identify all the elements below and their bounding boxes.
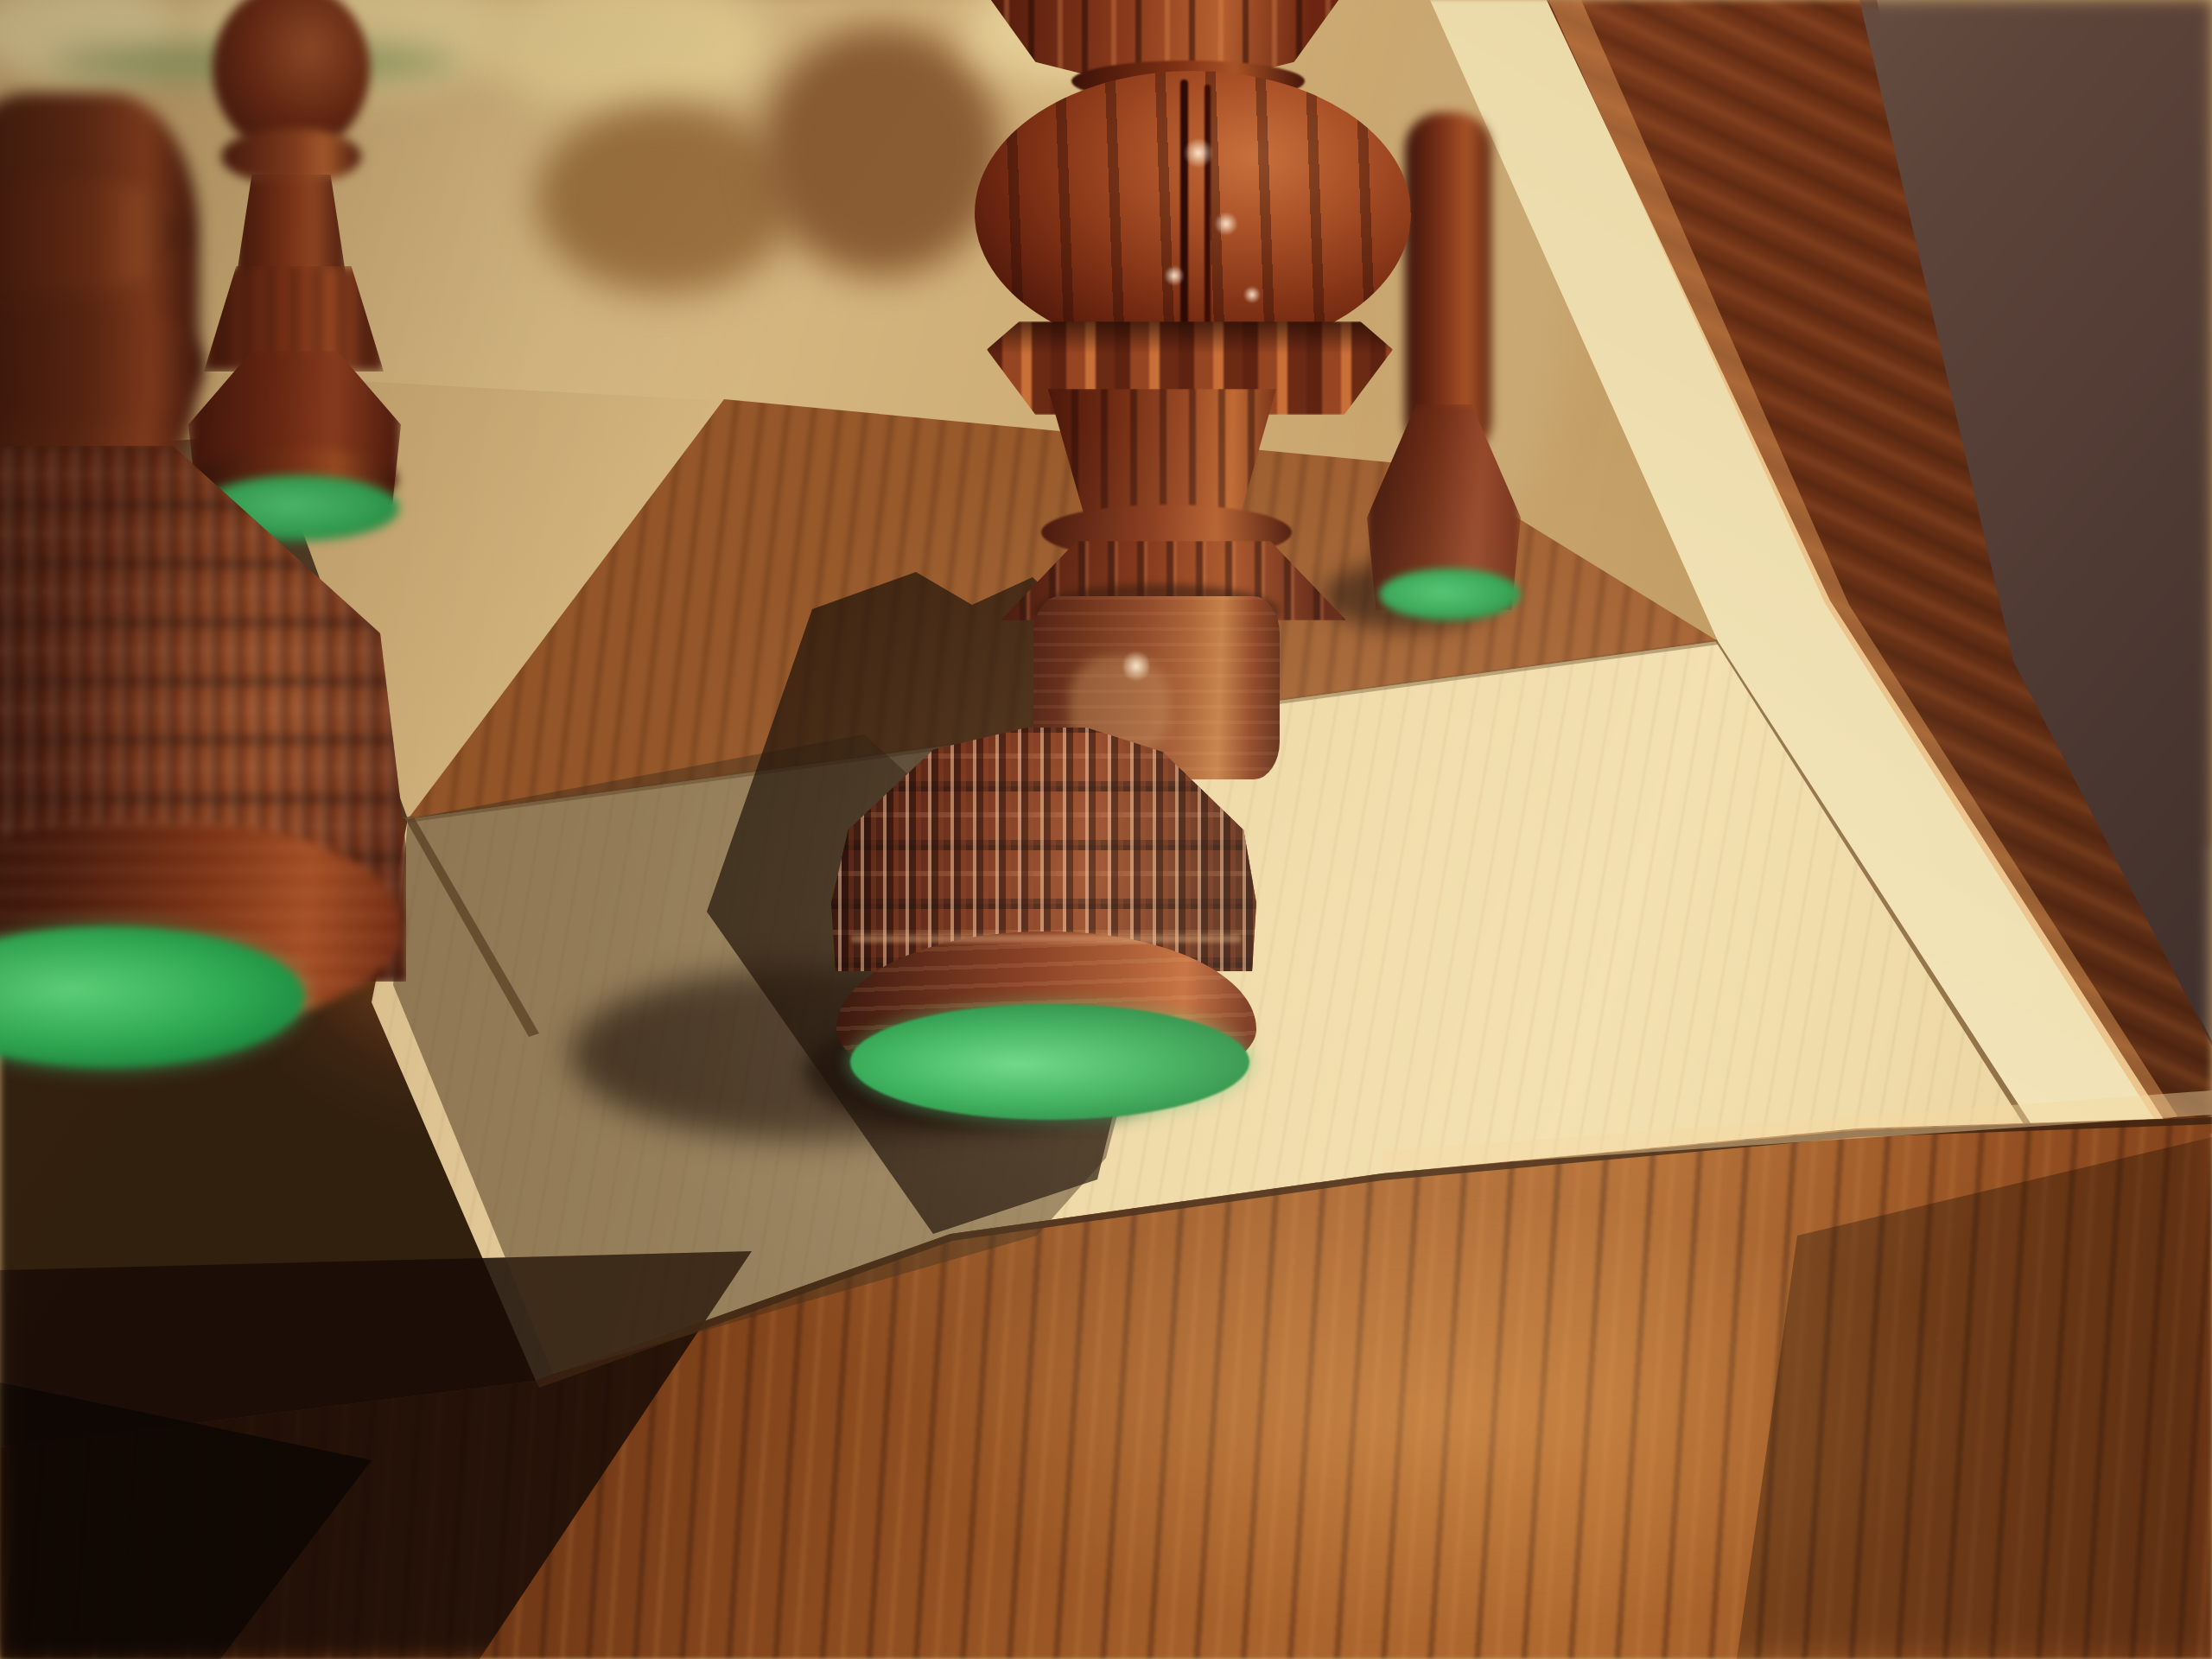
dark-square-foreground [0,0,2212,1659]
center-piece-petal-collar [987,321,1393,415]
green-felt-pad [200,475,399,541]
chess-piece-rear-right-base [1367,404,1521,610]
center-piece-stem-shading [1033,584,1280,638]
cast-shadow-left-piece [0,0,2212,1659]
specular-highlight [1243,285,1262,304]
carved-groove [1180,79,1188,346]
pawn-skirt [204,266,384,372]
center-piece-crown [975,0,1355,83]
center-piece-bead-ring [1041,505,1292,560]
green-felt-pad [1379,569,1521,620]
chess-macro-photo [0,0,2212,1659]
corner-shading [0,0,2212,1659]
cast-shadow-foreground [0,0,2212,1659]
center-piece-flutes [975,71,1411,356]
green-felt-pad [0,926,304,1068]
center-piece-carving-texture [831,728,1256,971]
specular-highlight [1123,646,1149,686]
cast-shadow-center-piece [0,0,2212,1659]
blurred-board-edge [1382,0,1573,518]
cast-shadow-penumbra [0,0,2212,1659]
sunlight-glow [605,389,2074,1512]
seam-highlight [0,0,2212,1659]
blurred-light-piece [484,0,769,112]
specular-highlight [1213,211,1239,237]
chess-piece-rear-right-stem [1405,112,1491,458]
square-seam [0,0,2212,1659]
square-seam [0,0,2212,1659]
dark-background-corner [0,0,2212,1659]
left-piece-column [0,93,199,508]
left-piece-base-band [0,823,402,1028]
blurred-dark-square [760,26,1002,276]
center-piece-fluted-ball [975,71,1411,356]
blurred-light-piece [0,0,190,86]
vignette [0,0,2212,1659]
rosewood-board-rim [0,0,2212,1659]
rim-highlight-edge [0,0,2212,1659]
carved-groove [1205,85,1211,340]
base-band-groove [851,935,1242,943]
green-felt-pad [850,1004,1249,1120]
left-piece-carved-base [0,446,406,982]
specular-highlight [1182,137,1215,169]
left-piece-turning [0,178,186,290]
blurred-dark-square [536,104,795,294]
contact-shadow [1322,562,1495,631]
maple-border-strip [0,0,2212,1659]
blurred-light-piece [173,0,518,95]
center-piece-carved-base [831,728,1256,971]
wood-grain-patch [1070,657,1169,756]
specular-highlight [1163,264,1185,287]
cast-shadow-pawn [0,0,2212,1659]
light-square-rear [0,0,2212,1659]
contact-shadow [570,968,1054,1141]
left-piece-carving-texture [0,446,406,982]
blurred-board-background [0,0,2212,847]
pawn-head [213,0,370,156]
center-piece-neck-ring [1071,60,1305,102]
left-piece-turning [0,304,203,425]
pawn-neck [235,175,347,285]
center-piece-stem [1033,596,1280,779]
dark-square-left [0,0,2212,1659]
sunlight-patch [907,1192,1987,1642]
cast-shadow-foreground [0,0,2212,1659]
blurred-light-piece [968,0,1175,86]
pawn-carved-base [188,351,401,505]
dark-square-mid [0,0,2212,1659]
center-piece-base-band [836,931,1256,1097]
pawn-base-band [194,448,397,512]
front-rank-seam [0,0,2212,1659]
blurred-green-felt-streak [52,45,458,79]
square-seam [0,0,2212,1659]
center-piece-waist [1020,389,1305,529]
contact-shadow [804,1011,1175,1132]
blurred-dark-square [0,130,156,389]
pawn-collar [221,128,361,185]
center-piece-skirt [1001,541,1346,620]
light-square-center [0,0,2212,1659]
